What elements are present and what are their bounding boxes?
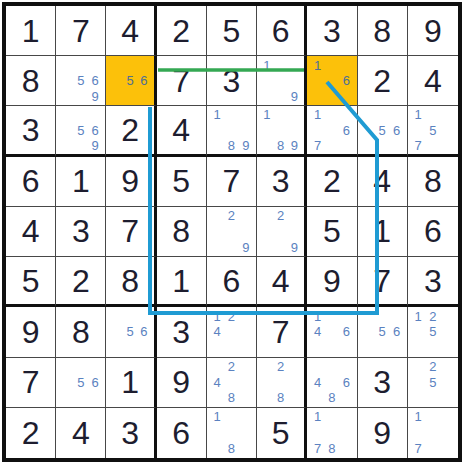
cell-r4c4[interactable]: 5 bbox=[157, 157, 207, 207]
given-digit: 3 bbox=[373, 366, 391, 398]
given-digit: 2 bbox=[72, 265, 90, 297]
candidate-9: 9 bbox=[288, 239, 302, 255]
given-digit: 2 bbox=[373, 65, 391, 97]
given-digit: 1 bbox=[22, 15, 40, 47]
cell-r5c5[interactable]: 29 bbox=[207, 207, 257, 257]
pencil-marks: 56 bbox=[361, 107, 404, 152]
candidate-6: 6 bbox=[339, 123, 353, 138]
candidate-1: 1 bbox=[310, 409, 324, 425]
cell-r4c3[interactable]: 9 bbox=[106, 157, 156, 207]
sudoku-board: 1742563898569567319162435692418918916756… bbox=[2, 2, 462, 462]
given-digit: 4 bbox=[272, 265, 290, 297]
given-digit: 7 bbox=[72, 15, 90, 47]
cell-r8c8[interactable]: 3 bbox=[358, 358, 408, 408]
candidate-8: 8 bbox=[274, 390, 288, 406]
given-digit: 7 bbox=[121, 215, 139, 247]
candidate-8: 8 bbox=[224, 441, 238, 457]
candidate-9: 9 bbox=[288, 138, 302, 153]
given-digit: 6 bbox=[223, 265, 241, 297]
given-digit: 3 bbox=[272, 165, 290, 197]
given-digit: 3 bbox=[223, 65, 241, 97]
cell-r6c4[interactable]: 1 bbox=[157, 257, 207, 307]
given-digit: 9 bbox=[172, 366, 190, 398]
candidate-1: 1 bbox=[260, 57, 274, 73]
given-digit: 3 bbox=[121, 417, 139, 449]
cell-r2c8[interactable]: 2 bbox=[358, 56, 408, 106]
candidate-7: 7 bbox=[310, 138, 324, 153]
candidate-5: 5 bbox=[123, 324, 137, 340]
cell-r8c5[interactable]: 248 bbox=[207, 358, 257, 408]
given-digit: 2 bbox=[172, 15, 190, 47]
candidate-5: 5 bbox=[74, 73, 88, 89]
given-digit: 6 bbox=[272, 15, 290, 47]
candidate-5: 5 bbox=[123, 73, 137, 89]
candidate-8: 8 bbox=[224, 390, 238, 406]
given-digit: 7 bbox=[172, 65, 190, 97]
candidate-1: 1 bbox=[411, 107, 426, 122]
cell-r4c9[interactable]: 8 bbox=[408, 157, 458, 207]
cell-r8c9[interactable]: 25 bbox=[408, 358, 458, 408]
cell-r7c1[interactable]: 9 bbox=[6, 307, 56, 357]
cell-r7c3[interactable]: 56 bbox=[106, 307, 156, 357]
given-digit: 3 bbox=[172, 316, 190, 348]
given-digit: 9 bbox=[323, 265, 341, 297]
cell-r7c5[interactable]: 124 bbox=[207, 307, 257, 357]
cell-r9c8[interactable]: 9 bbox=[358, 408, 408, 458]
cell-r1c5[interactable]: 5 bbox=[207, 6, 257, 56]
cell-r6c1[interactable]: 5 bbox=[6, 257, 56, 307]
cell-r9c9[interactable]: 17 bbox=[408, 408, 458, 458]
cell-r3c1[interactable]: 3 bbox=[6, 106, 56, 156]
cell-r4c8[interactable]: 4 bbox=[358, 157, 408, 207]
candidate-9: 9 bbox=[288, 89, 302, 105]
candidate-7: 7 bbox=[411, 138, 426, 153]
candidate-5: 5 bbox=[375, 123, 389, 138]
cell-r7c7[interactable]: 146 bbox=[307, 307, 357, 357]
candidate-9: 9 bbox=[239, 239, 253, 255]
candidate-8: 8 bbox=[325, 390, 339, 406]
pencil-marks: 56 bbox=[59, 359, 102, 406]
cell-r5c9[interactable]: 6 bbox=[408, 207, 458, 257]
cell-r6c7[interactable]: 9 bbox=[307, 257, 357, 307]
cell-r4c7[interactable]: 2 bbox=[307, 157, 357, 207]
cell-r3c5[interactable]: 189 bbox=[207, 106, 257, 156]
cell-r3c2[interactable]: 569 bbox=[56, 106, 106, 156]
cell-r5c3[interactable]: 7 bbox=[106, 207, 156, 257]
given-digit: 5 bbox=[323, 215, 341, 247]
given-digit: 6 bbox=[22, 165, 40, 197]
given-digit: 8 bbox=[22, 65, 40, 97]
candidate-2: 2 bbox=[224, 359, 238, 375]
given-digit: 6 bbox=[172, 417, 190, 449]
pencil-marks: 189 bbox=[260, 107, 301, 152]
pencil-marks: 124 bbox=[210, 308, 253, 355]
cell-r7c8[interactable]: 56 bbox=[358, 307, 408, 357]
candidate-1: 1 bbox=[210, 409, 224, 425]
candidate-5: 5 bbox=[426, 324, 441, 340]
pencil-marks: 468 bbox=[310, 359, 353, 406]
cell-r9c7[interactable]: 178 bbox=[307, 408, 357, 458]
cell-r3c6[interactable]: 189 bbox=[257, 106, 307, 156]
cell-r7c9[interactable]: 125 bbox=[408, 307, 458, 357]
pencil-marks: 125 bbox=[411, 308, 455, 355]
cell-r4c1[interactable]: 6 bbox=[6, 157, 56, 207]
pencil-marks: 29 bbox=[260, 208, 301, 255]
cell-r2c3[interactable]: 56 bbox=[106, 56, 156, 106]
pencil-marks: 28 bbox=[260, 359, 301, 406]
candidate-1: 1 bbox=[260, 107, 274, 122]
candidate-5: 5 bbox=[74, 374, 88, 390]
given-digit: 6 bbox=[424, 215, 442, 247]
cell-r4c6[interactable]: 3 bbox=[257, 157, 307, 207]
candidate-1: 1 bbox=[411, 308, 426, 324]
cell-r7c6[interactable]: 7 bbox=[257, 307, 307, 357]
cell-r6c2[interactable]: 2 bbox=[56, 257, 106, 307]
cell-r1c8[interactable]: 8 bbox=[358, 6, 408, 56]
pencil-marks: 56 bbox=[361, 308, 404, 355]
given-digit: 8 bbox=[121, 265, 139, 297]
cell-r9c4[interactable]: 6 bbox=[157, 408, 207, 458]
cell-r1c4[interactable]: 2 bbox=[157, 6, 207, 56]
candidate-1: 1 bbox=[310, 107, 324, 122]
cell-r8c4[interactable]: 9 bbox=[157, 358, 207, 408]
candidate-5: 5 bbox=[426, 374, 441, 390]
cell-r9c6[interactable]: 5 bbox=[257, 408, 307, 458]
given-digit: 5 bbox=[223, 15, 241, 47]
candidate-9: 9 bbox=[88, 138, 102, 153]
candidate-6: 6 bbox=[88, 123, 102, 138]
cell-r2c2[interactable]: 569 bbox=[56, 56, 106, 106]
given-digit: 7 bbox=[272, 316, 290, 348]
given-digit: 4 bbox=[121, 15, 139, 47]
cell-r1c2[interactable]: 7 bbox=[56, 6, 106, 56]
candidate-6: 6 bbox=[137, 73, 151, 89]
pencil-marks: 157 bbox=[411, 107, 455, 152]
candidate-2: 2 bbox=[426, 308, 441, 324]
pencil-marks: 56 bbox=[109, 57, 150, 104]
given-digit: 8 bbox=[373, 15, 391, 47]
pencil-marks: 25 bbox=[411, 359, 455, 406]
cell-r9c2[interactable]: 4 bbox=[56, 408, 106, 458]
given-digit: 1 bbox=[172, 265, 190, 297]
given-digit: 9 bbox=[121, 165, 139, 197]
candidate-6: 6 bbox=[339, 73, 353, 89]
candidate-5: 5 bbox=[426, 123, 441, 138]
given-digit: 4 bbox=[373, 165, 391, 197]
pencil-marks: 167 bbox=[310, 107, 353, 152]
pencil-marks: 18 bbox=[210, 409, 253, 457]
given-digit: 5 bbox=[272, 417, 290, 449]
cell-r7c4[interactable]: 3 bbox=[157, 307, 207, 357]
candidate-9: 9 bbox=[88, 89, 102, 105]
cell-r2c1[interactable]: 8 bbox=[6, 56, 56, 106]
given-digit: 2 bbox=[121, 114, 139, 146]
cell-r6c8[interactable]: 7 bbox=[358, 257, 408, 307]
cell-r8c6[interactable]: 28 bbox=[257, 358, 307, 408]
given-digit: 1 bbox=[121, 366, 139, 398]
sudoku-app: 1742563898569567319162435692418918916756… bbox=[0, 0, 464, 464]
given-digit: 4 bbox=[72, 417, 90, 449]
candidate-8: 8 bbox=[274, 138, 288, 153]
cell-r2c7[interactable]: 16 bbox=[307, 56, 357, 106]
pencil-marks: 19 bbox=[260, 57, 301, 104]
cell-r2c4[interactable]: 7 bbox=[157, 56, 207, 106]
given-digit: 8 bbox=[424, 165, 442, 197]
given-digit: 4 bbox=[22, 215, 40, 247]
given-digit: 8 bbox=[72, 316, 90, 348]
pencil-marks: 569 bbox=[59, 107, 102, 152]
given-digit: 9 bbox=[424, 15, 442, 47]
cell-r2c5[interactable]: 3 bbox=[207, 56, 257, 106]
given-digit: 5 bbox=[22, 265, 40, 297]
cell-r3c3[interactable]: 2 bbox=[106, 106, 156, 156]
candidate-4: 4 bbox=[310, 324, 324, 340]
candidate-6: 6 bbox=[339, 374, 353, 390]
given-digit: 7 bbox=[373, 265, 391, 297]
candidate-1: 1 bbox=[310, 308, 324, 324]
cell-r6c9[interactable]: 3 bbox=[408, 257, 458, 307]
pencil-marks: 17 bbox=[411, 409, 455, 457]
cell-r1c7[interactable]: 3 bbox=[307, 6, 357, 56]
given-digit: 4 bbox=[424, 65, 442, 97]
candidate-6: 6 bbox=[389, 123, 403, 138]
given-digit: 3 bbox=[323, 15, 341, 47]
cell-r3c4[interactable]: 4 bbox=[157, 106, 207, 156]
cell-r6c6[interactable]: 4 bbox=[257, 257, 307, 307]
candidate-1: 1 bbox=[210, 107, 224, 122]
cell-r8c1[interactable]: 7 bbox=[6, 358, 56, 408]
given-digit: 1 bbox=[373, 215, 391, 247]
cell-r4c5[interactable]: 7 bbox=[207, 157, 257, 207]
candidate-5: 5 bbox=[74, 123, 88, 138]
cell-r3c9[interactable]: 157 bbox=[408, 106, 458, 156]
candidate-7: 7 bbox=[411, 441, 426, 457]
cell-r6c5[interactable]: 6 bbox=[207, 257, 257, 307]
cell-r4c2[interactable]: 1 bbox=[56, 157, 106, 207]
cell-r8c3[interactable]: 1 bbox=[106, 358, 156, 408]
candidate-2: 2 bbox=[274, 208, 288, 224]
candidate-2: 2 bbox=[224, 208, 238, 224]
cell-r1c1[interactable]: 1 bbox=[6, 6, 56, 56]
given-digit: 3 bbox=[72, 215, 90, 247]
cell-r3c7[interactable]: 167 bbox=[307, 106, 357, 156]
cell-r5c8[interactable]: 1 bbox=[358, 207, 408, 257]
candidate-9: 9 bbox=[239, 138, 253, 153]
given-digit: 7 bbox=[223, 165, 241, 197]
pencil-marks: 189 bbox=[210, 107, 253, 152]
candidate-6: 6 bbox=[88, 374, 102, 390]
cell-r5c2[interactable]: 3 bbox=[56, 207, 106, 257]
pencil-marks: 16 bbox=[310, 57, 353, 104]
cell-r1c3[interactable]: 4 bbox=[106, 6, 156, 56]
cell-r7c2[interactable]: 8 bbox=[56, 307, 106, 357]
candidate-6: 6 bbox=[389, 324, 403, 340]
candidate-2: 2 bbox=[274, 359, 288, 375]
candidate-1: 1 bbox=[310, 57, 324, 73]
cell-r3c8[interactable]: 56 bbox=[358, 106, 408, 156]
given-digit: 1 bbox=[72, 165, 90, 197]
candidate-2: 2 bbox=[426, 359, 441, 375]
given-digit: 7 bbox=[22, 366, 40, 398]
cell-r6c3[interactable]: 8 bbox=[106, 257, 156, 307]
candidate-5: 5 bbox=[375, 324, 389, 340]
candidate-6: 6 bbox=[137, 324, 151, 340]
given-digit: 2 bbox=[22, 417, 40, 449]
candidate-1: 1 bbox=[210, 308, 224, 324]
given-digit: 2 bbox=[323, 165, 341, 197]
given-digit: 9 bbox=[22, 316, 40, 348]
pencil-marks: 56 bbox=[109, 308, 150, 355]
given-digit: 4 bbox=[172, 114, 190, 146]
pencil-marks: 248 bbox=[210, 359, 253, 406]
given-digit: 8 bbox=[172, 215, 190, 247]
candidate-4: 4 bbox=[310, 374, 324, 390]
cell-r9c5[interactable]: 18 bbox=[207, 408, 257, 458]
pencil-marks: 29 bbox=[210, 208, 253, 255]
candidate-4: 4 bbox=[210, 324, 224, 340]
cell-r2c6[interactable]: 19 bbox=[257, 56, 307, 106]
cell-r1c6[interactable]: 6 bbox=[257, 6, 307, 56]
cell-r8c2[interactable]: 56 bbox=[56, 358, 106, 408]
candidate-1: 1 bbox=[411, 409, 426, 425]
pencil-marks: 146 bbox=[310, 308, 353, 355]
pencil-marks: 569 bbox=[59, 57, 102, 104]
cell-r5c6[interactable]: 29 bbox=[257, 207, 307, 257]
cell-r5c7[interactable]: 5 bbox=[307, 207, 357, 257]
cell-r1c9[interactable]: 9 bbox=[408, 6, 458, 56]
given-digit: 9 bbox=[373, 417, 391, 449]
candidate-7: 7 bbox=[310, 441, 324, 457]
candidate-4: 4 bbox=[210, 374, 224, 390]
candidate-8: 8 bbox=[224, 138, 238, 153]
given-digit: 3 bbox=[22, 114, 40, 146]
cell-r2c9[interactable]: 4 bbox=[408, 56, 458, 106]
cell-r8c7[interactable]: 468 bbox=[307, 358, 357, 408]
cell-r5c4[interactable]: 8 bbox=[157, 207, 207, 257]
given-digit: 5 bbox=[172, 165, 190, 197]
candidate-8: 8 bbox=[325, 441, 339, 457]
cell-r9c3[interactable]: 3 bbox=[106, 408, 156, 458]
given-digit: 3 bbox=[424, 265, 442, 297]
pencil-marks: 178 bbox=[310, 409, 353, 457]
candidate-6: 6 bbox=[339, 324, 353, 340]
candidate-2: 2 bbox=[224, 308, 238, 324]
cell-r5c1[interactable]: 4 bbox=[6, 207, 56, 257]
candidate-6: 6 bbox=[88, 73, 102, 89]
cell-r9c1[interactable]: 2 bbox=[6, 408, 56, 458]
